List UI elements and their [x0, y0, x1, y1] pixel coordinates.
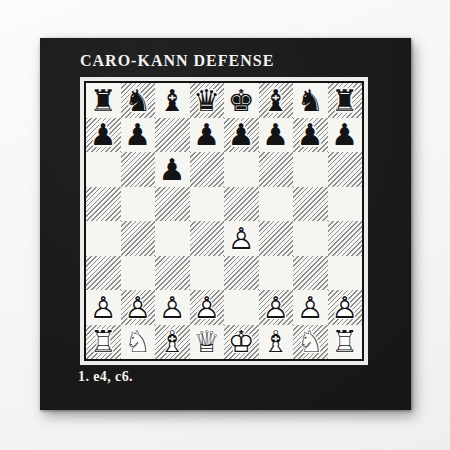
- white-piece-outline: ♗: [155, 325, 190, 360]
- square-b6: [121, 152, 156, 187]
- square-f5: [259, 187, 294, 222]
- square-c2: ♟♙: [155, 290, 190, 325]
- square-c5: [155, 187, 190, 222]
- white-piece-outline: ♘: [293, 325, 328, 360]
- white-piece-outline: ♖: [86, 325, 121, 360]
- square-a1: ♜♖: [86, 325, 121, 360]
- square-b5: [121, 187, 156, 222]
- square-a5: [86, 187, 121, 222]
- square-b1: ♞♘: [121, 325, 156, 360]
- square-h5: [328, 187, 363, 222]
- square-c1: ♝♗: [155, 325, 190, 360]
- square-e8: ♚: [224, 83, 259, 118]
- square-a7: ♟: [86, 118, 121, 153]
- black-knight-icon: ♞: [121, 83, 156, 118]
- square-d8: ♛: [190, 83, 225, 118]
- white-pawn-icon: ♟♙: [224, 221, 259, 256]
- square-b3: [121, 256, 156, 291]
- square-e5: [224, 187, 259, 222]
- white-piece-outline: ♙: [293, 290, 328, 325]
- square-e3: [224, 256, 259, 291]
- square-a2: ♟♙: [86, 290, 121, 325]
- white-pawn-icon: ♟♙: [293, 290, 328, 325]
- white-piece-outline: ♙: [328, 290, 363, 325]
- square-b8: ♞: [121, 83, 156, 118]
- white-pawn-icon: ♟♙: [155, 290, 190, 325]
- white-piece-outline: ♙: [259, 290, 294, 325]
- black-pawn-icon: ♟: [86, 118, 121, 153]
- square-e2: [224, 290, 259, 325]
- square-f8: ♝: [259, 83, 294, 118]
- square-d5: [190, 187, 225, 222]
- black-pawn-icon: ♟: [259, 118, 294, 153]
- white-piece-outline: ♙: [121, 290, 156, 325]
- square-g3: [293, 256, 328, 291]
- square-e4: ♟♙: [224, 221, 259, 256]
- square-a8: ♜: [86, 83, 121, 118]
- square-d4: [190, 221, 225, 256]
- square-a6: [86, 152, 121, 187]
- black-rook-icon: ♜: [86, 83, 121, 118]
- square-d3: [190, 256, 225, 291]
- black-pawn-icon: ♟: [190, 118, 225, 153]
- square-f7: ♟: [259, 118, 294, 153]
- square-e1: ♚♔: [224, 325, 259, 360]
- square-f6: [259, 152, 294, 187]
- square-b4: [121, 221, 156, 256]
- square-c3: [155, 256, 190, 291]
- black-king-icon: ♚: [224, 83, 259, 118]
- black-queen-icon: ♛: [190, 83, 225, 118]
- square-e6: [224, 152, 259, 187]
- black-knight-icon: ♞: [293, 83, 328, 118]
- black-bishop-icon: ♝: [259, 83, 294, 118]
- white-pawn-icon: ♟♙: [190, 290, 225, 325]
- square-h3: [328, 256, 363, 291]
- black-pawn-icon: ♟: [121, 118, 156, 153]
- square-c8: ♝: [155, 83, 190, 118]
- square-b2: ♟♙: [121, 290, 156, 325]
- white-bishop-icon: ♝♗: [259, 325, 294, 360]
- black-bishop-icon: ♝: [155, 83, 190, 118]
- white-piece-outline: ♗: [259, 325, 294, 360]
- white-rook-icon: ♜♖: [86, 325, 121, 360]
- page-background: CARO-KANN DEFENSE ♜♞♝♛♚♝♞♜♟♟♟♟♟♟♟♟♟♙♟♙♟♙…: [0, 0, 450, 450]
- white-piece-outline: ♔: [224, 325, 259, 360]
- square-g6: [293, 152, 328, 187]
- white-piece-outline: ♘: [121, 325, 156, 360]
- square-h8: ♜: [328, 83, 363, 118]
- square-f1: ♝♗: [259, 325, 294, 360]
- square-a3: [86, 256, 121, 291]
- square-h2: ♟♙: [328, 290, 363, 325]
- white-pawn-icon: ♟♙: [328, 290, 363, 325]
- square-f2: ♟♙: [259, 290, 294, 325]
- white-pawn-icon: ♟♙: [86, 290, 121, 325]
- square-g8: ♞: [293, 83, 328, 118]
- move-annotation: 1. e4, c6.: [78, 369, 133, 385]
- square-g7: ♟: [293, 118, 328, 153]
- square-a4: [86, 221, 121, 256]
- white-piece-outline: ♙: [190, 290, 225, 325]
- square-c4: [155, 221, 190, 256]
- chess-board-border: ♜♞♝♛♚♝♞♜♟♟♟♟♟♟♟♟♟♙♟♙♟♙♟♙♟♙♟♙♟♙♟♙♜♖♞♘♝♗♛♕…: [84, 81, 364, 361]
- poster-title: CARO-KANN DEFENSE: [80, 51, 274, 70]
- square-g5: [293, 187, 328, 222]
- square-d6: [190, 152, 225, 187]
- square-d1: ♛♕: [190, 325, 225, 360]
- square-d7: ♟: [190, 118, 225, 153]
- white-pawn-icon: ♟♙: [121, 290, 156, 325]
- square-c7: [155, 118, 190, 153]
- chess-board-frame: ♜♞♝♛♚♝♞♜♟♟♟♟♟♟♟♟♟♙♟♙♟♙♟♙♟♙♟♙♟♙♟♙♜♖♞♘♝♗♛♕…: [80, 77, 368, 365]
- square-h7: ♟: [328, 118, 363, 153]
- white-piece-outline: ♙: [86, 290, 121, 325]
- black-pawn-icon: ♟: [224, 118, 259, 153]
- black-rook-icon: ♜: [328, 83, 363, 118]
- chess-board: ♜♞♝♛♚♝♞♜♟♟♟♟♟♟♟♟♟♙♟♙♟♙♟♙♟♙♟♙♟♙♟♙♜♖♞♘♝♗♛♕…: [86, 83, 362, 359]
- white-knight-icon: ♞♘: [293, 325, 328, 360]
- white-piece-outline: ♕: [190, 325, 225, 360]
- black-pawn-icon: ♟: [328, 118, 363, 153]
- white-rook-icon: ♜♖: [328, 325, 363, 360]
- square-g4: [293, 221, 328, 256]
- square-h6: [328, 152, 363, 187]
- white-bishop-icon: ♝♗: [155, 325, 190, 360]
- white-knight-icon: ♞♘: [121, 325, 156, 360]
- square-d2: ♟♙: [190, 290, 225, 325]
- chess-poster: CARO-KANN DEFENSE ♜♞♝♛♚♝♞♜♟♟♟♟♟♟♟♟♟♙♟♙♟♙…: [40, 38, 411, 410]
- white-queen-icon: ♛♕: [190, 325, 225, 360]
- square-f4: [259, 221, 294, 256]
- white-pawn-icon: ♟♙: [259, 290, 294, 325]
- square-f3: [259, 256, 294, 291]
- square-g1: ♞♘: [293, 325, 328, 360]
- white-piece-outline: ♖: [328, 325, 363, 360]
- black-pawn-icon: ♟: [155, 152, 190, 187]
- square-c6: ♟: [155, 152, 190, 187]
- white-piece-outline: ♙: [155, 290, 190, 325]
- square-b7: ♟: [121, 118, 156, 153]
- square-g2: ♟♙: [293, 290, 328, 325]
- square-h4: [328, 221, 363, 256]
- white-king-icon: ♚♔: [224, 325, 259, 360]
- white-piece-outline: ♙: [224, 221, 259, 256]
- square-e7: ♟: [224, 118, 259, 153]
- black-pawn-icon: ♟: [293, 118, 328, 153]
- square-h1: ♜♖: [328, 325, 363, 360]
